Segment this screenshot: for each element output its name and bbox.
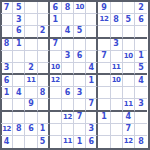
cell-r5c9[interactable]: 7 <box>98 51 110 63</box>
cell-r11c2[interactable]: 8 <box>13 124 25 136</box>
cell-r4c7[interactable] <box>74 39 86 51</box>
cell-r10c4[interactable] <box>38 112 50 124</box>
cell-r2c12[interactable]: 6 <box>135 14 147 26</box>
cell-r12c3[interactable] <box>25 136 37 148</box>
sudoku-board: 7568109231128566245817336710132104115611… <box>0 0 150 150</box>
cell-r1c8[interactable] <box>86 2 98 14</box>
cell-r1c4[interactable] <box>38 2 50 14</box>
cell-r5c7[interactable]: 6 <box>74 51 86 63</box>
cell-r6c1[interactable]: 3 <box>1 63 13 75</box>
cell-r6c5[interactable]: 10 <box>50 63 62 75</box>
cell-r5c1[interactable] <box>1 51 13 63</box>
cell-r10c5[interactable] <box>50 112 62 124</box>
cell-r9c5[interactable] <box>50 99 62 111</box>
cell-r3c3[interactable] <box>25 26 37 38</box>
cell-r2c3[interactable] <box>25 14 37 26</box>
cell-r3c2[interactable]: 6 <box>13 26 25 38</box>
cell-r6c11[interactable] <box>123 63 135 75</box>
cell-r8c5[interactable] <box>50 87 62 99</box>
cell-r12c11[interactable]: 12 <box>123 136 135 148</box>
cell-r8c8[interactable] <box>86 87 98 99</box>
cell-r1c5[interactable]: 6 <box>50 2 62 14</box>
cell-r9c6[interactable] <box>62 99 74 111</box>
cell-r6c9[interactable] <box>98 63 110 75</box>
cell-r3c12[interactable] <box>135 26 147 38</box>
cell-r10c10[interactable] <box>111 112 123 124</box>
cell-r1c7[interactable]: 10 <box>74 2 86 14</box>
cell-r4c5[interactable]: 7 <box>50 39 62 51</box>
cell-r8c4[interactable]: 8 <box>38 87 50 99</box>
cell-r9c12[interactable]: 3 <box>135 99 147 111</box>
cell-r11c12[interactable] <box>135 124 147 136</box>
cell-r11c9[interactable] <box>98 124 110 136</box>
cell-r5c4[interactable] <box>38 51 50 63</box>
cell-r5c8[interactable] <box>86 51 98 63</box>
cell-r2c2[interactable]: 3 <box>13 14 25 26</box>
cell-r2c9[interactable]: 12 <box>98 14 110 26</box>
cell-r9c2[interactable] <box>13 99 25 111</box>
cell-r11c7[interactable] <box>74 124 86 136</box>
cell-r11c6[interactable] <box>62 124 74 136</box>
cell-r12c9[interactable] <box>98 136 110 148</box>
cell-r9c8[interactable]: 7 <box>86 99 98 111</box>
cell-r7c2[interactable] <box>13 75 25 87</box>
cell-r8c3[interactable] <box>25 87 37 99</box>
cell-r1c10[interactable] <box>111 2 123 14</box>
cell-r6c8[interactable]: 4 <box>86 63 98 75</box>
cell-r4c10[interactable]: 3 <box>111 39 123 51</box>
cell-r5c12[interactable]: 1 <box>135 51 147 63</box>
cell-r7c10[interactable]: 10 <box>111 75 123 87</box>
cell-r9c11[interactable]: 11 <box>123 99 135 111</box>
cell-r1c1[interactable]: 7 <box>1 2 13 14</box>
cell-r3c8[interactable] <box>86 26 98 38</box>
cell-r6c10[interactable]: 11 <box>111 63 123 75</box>
cell-r2c5[interactable]: 1 <box>50 14 62 26</box>
cell-r7c7[interactable] <box>74 75 86 87</box>
cell-r12c5[interactable] <box>50 136 62 148</box>
cell-r2c8[interactable] <box>86 14 98 26</box>
cell-r12c10[interactable] <box>111 136 123 148</box>
cell-r12c2[interactable] <box>13 136 25 148</box>
cell-r2c7[interactable] <box>74 14 86 26</box>
cell-r1c6[interactable]: 8 <box>62 2 74 14</box>
cell-r8c10[interactable] <box>111 87 123 99</box>
cell-r1c3[interactable] <box>25 2 37 14</box>
cell-r10c9[interactable]: 1 <box>98 112 110 124</box>
cell-r8c11[interactable] <box>123 87 135 99</box>
cell-r7c11[interactable] <box>123 75 135 87</box>
cell-r11c4[interactable]: 1 <box>38 124 50 136</box>
cell-r10c8[interactable] <box>86 112 98 124</box>
cell-r7c12[interactable]: 4 <box>135 75 147 87</box>
cell-r8c12[interactable] <box>135 87 147 99</box>
cell-r4c8[interactable] <box>86 39 98 51</box>
cell-r5c2[interactable] <box>13 51 25 63</box>
cell-r12c1[interactable]: 4 <box>1 136 13 148</box>
cell-r1c12[interactable]: 2 <box>135 2 147 14</box>
cell-r10c3[interactable] <box>25 112 37 124</box>
cell-r10c1[interactable] <box>1 112 13 124</box>
cell-r4c9[interactable] <box>98 39 110 51</box>
cell-r10c6[interactable]: 12 <box>62 112 74 124</box>
cell-r1c11[interactable] <box>123 2 135 14</box>
cell-r5c3[interactable] <box>25 51 37 63</box>
cell-r3c7[interactable]: 5 <box>74 26 86 38</box>
cell-r6c2[interactable] <box>13 63 25 75</box>
cell-r7c5[interactable]: 12 <box>50 75 62 87</box>
cell-r8c1[interactable]: 1 <box>1 87 13 99</box>
cell-r7c6[interactable] <box>62 75 74 87</box>
cell-r11c5[interactable] <box>50 124 62 136</box>
cell-r7c1[interactable]: 6 <box>1 75 13 87</box>
cell-r5c10[interactable] <box>111 51 123 63</box>
cell-r7c8[interactable]: 1 <box>86 75 98 87</box>
cell-r6c7[interactable] <box>74 63 86 75</box>
cell-r2c4[interactable] <box>38 14 50 26</box>
cell-r12c12[interactable]: 8 <box>135 136 147 148</box>
cell-r3c9[interactable] <box>98 26 110 38</box>
cell-r3c5[interactable] <box>50 26 62 38</box>
cell-r10c7[interactable]: 7 <box>74 112 86 124</box>
cell-r11c8[interactable]: 3 <box>86 124 98 136</box>
cell-r4c11[interactable] <box>123 39 135 51</box>
cell-r9c7[interactable] <box>74 99 86 111</box>
cell-r9c10[interactable] <box>111 99 123 111</box>
cell-r6c4[interactable] <box>38 63 50 75</box>
cell-r4c4[interactable] <box>38 39 50 51</box>
cell-r4c12[interactable] <box>135 39 147 51</box>
cell-r7c9[interactable] <box>98 75 110 87</box>
cell-r1c2[interactable]: 5 <box>13 2 25 14</box>
cell-r3c4[interactable]: 2 <box>38 26 50 38</box>
cell-r9c3[interactable]: 9 <box>25 99 37 111</box>
cell-r7c4[interactable] <box>38 75 50 87</box>
cell-r5c11[interactable]: 10 <box>123 51 135 63</box>
cell-r11c1[interactable]: 12 <box>1 124 13 136</box>
cell-r3c6[interactable]: 4 <box>62 26 74 38</box>
cell-r11c3[interactable]: 6 <box>25 124 37 136</box>
cell-r12c6[interactable]: 11 <box>62 136 74 148</box>
cell-r10c2[interactable] <box>13 112 25 124</box>
cell-r9c1[interactable] <box>1 99 13 111</box>
cell-r11c10[interactable] <box>111 124 123 136</box>
cell-r8c9[interactable] <box>98 87 110 99</box>
cell-r10c12[interactable] <box>135 112 147 124</box>
cell-r12c4[interactable]: 5 <box>38 136 50 148</box>
cell-r2c11[interactable]: 5 <box>123 14 135 26</box>
cell-r1c9[interactable]: 9 <box>98 2 110 14</box>
cell-r7c3[interactable]: 11 <box>25 75 37 87</box>
cell-r4c1[interactable]: 8 <box>1 39 13 51</box>
cell-r11c11[interactable]: 7 <box>123 124 135 136</box>
cell-r4c2[interactable]: 1 <box>13 39 25 51</box>
cell-r10c11[interactable]: 4 <box>123 112 135 124</box>
cell-r9c4[interactable] <box>38 99 50 111</box>
cell-r6c12[interactable]: 5 <box>135 63 147 75</box>
cell-r4c3[interactable] <box>25 39 37 51</box>
cell-r6c3[interactable]: 2 <box>25 63 37 75</box>
cell-r12c8[interactable]: 6 <box>86 136 98 148</box>
cell-r3c1[interactable] <box>1 26 13 38</box>
cell-r8c2[interactable]: 4 <box>13 87 25 99</box>
cell-r2c6[interactable] <box>62 14 74 26</box>
cell-r3c10[interactable] <box>111 26 123 38</box>
cell-r4c6[interactable] <box>62 39 74 51</box>
cell-r8c7[interactable]: 3 <box>74 87 86 99</box>
cell-r6c6[interactable] <box>62 63 74 75</box>
cell-r5c5[interactable] <box>50 51 62 63</box>
cell-r5c6[interactable]: 3 <box>62 51 74 63</box>
cell-r2c10[interactable]: 8 <box>111 14 123 26</box>
cell-r12c7[interactable]: 1 <box>74 136 86 148</box>
cell-r9c9[interactable] <box>98 99 110 111</box>
cell-r2c1[interactable] <box>1 14 13 26</box>
cell-r8c6[interactable]: 6 <box>62 87 74 99</box>
cell-r3c11[interactable] <box>123 26 135 38</box>
